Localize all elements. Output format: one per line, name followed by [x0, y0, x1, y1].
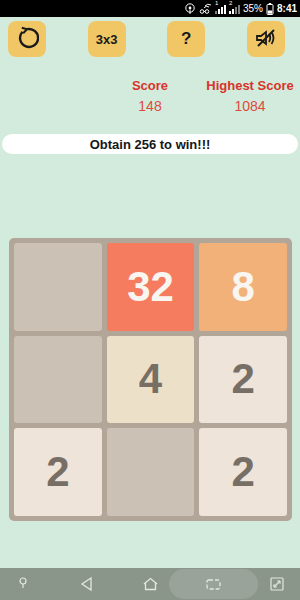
reset-button[interactable] [8, 21, 46, 57]
tile-2: 2 [14, 428, 102, 516]
app-screen: 1 2 35% 8:41 [0, 0, 300, 600]
tile-value: 4 [139, 358, 162, 400]
hotspot-icon [184, 3, 196, 15]
back-icon[interactable] [78, 575, 96, 593]
sim2-badge: 2 [229, 0, 232, 6]
mute-button[interactable] [247, 21, 285, 57]
game-board[interactable]: 3284222 [9, 238, 292, 521]
tile-value: 2 [46, 451, 69, 493]
empty-cell [14, 243, 102, 331]
sim1-signal-icon: 1 [215, 2, 226, 15]
goal-banner-text: Obtain 256 to win!!! [90, 137, 211, 152]
battery-icon [266, 2, 274, 15]
highest-score-value: 1084 [200, 98, 300, 114]
score-label: Score [100, 78, 200, 93]
goal-banner: Obtain 256 to win!!! [2, 134, 298, 154]
scoreboard: Score 148 Highest Score 1084 [0, 78, 300, 114]
score-block: Score 148 [100, 78, 200, 114]
empty-cell [14, 336, 102, 424]
capture-icon[interactable] [268, 575, 286, 593]
highest-score-label: Highest Score [200, 78, 300, 93]
score-value: 148 [100, 98, 200, 114]
recents-icon[interactable] [205, 575, 223, 593]
sim1-badge: 1 [215, 0, 218, 6]
status-bar: 1 2 35% 8:41 [0, 0, 300, 17]
tile-32: 32 [107, 243, 195, 331]
tile-value: 2 [231, 358, 254, 400]
tile-4: 4 [107, 336, 195, 424]
empty-cell [107, 428, 195, 516]
status-time: 8:41 [277, 0, 297, 17]
tile-2: 2 [199, 428, 287, 516]
battery-percent: 35% [243, 0, 263, 17]
tile-value: 2 [231, 451, 254, 493]
speaker-muted-icon [253, 26, 279, 53]
help-button[interactable]: ? [167, 21, 205, 57]
navigation-bar [0, 568, 300, 600]
home-icon[interactable] [141, 575, 159, 593]
highest-score-block: Highest Score 1084 [200, 78, 300, 114]
tile-2: 2 [199, 336, 287, 424]
tile-value: 8 [231, 266, 254, 308]
vowifi-icon [199, 3, 212, 15]
tile-value: 32 [127, 266, 174, 308]
toolbar: 3x3 ? [0, 21, 300, 57]
reset-icon [15, 26, 39, 53]
tile-8: 8 [199, 243, 287, 331]
grid-size-button[interactable]: 3x3 [88, 21, 126, 57]
sim2-signal-icon: 2 [229, 2, 240, 15]
pin-icon[interactable] [14, 575, 32, 593]
